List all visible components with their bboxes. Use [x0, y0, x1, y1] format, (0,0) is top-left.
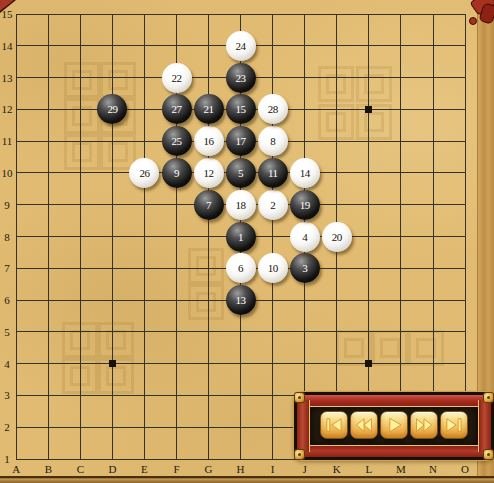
stone-black-15: 15	[226, 94, 256, 124]
stone-white-6: 6	[226, 253, 256, 283]
panel-corner-knob	[295, 450, 304, 459]
stone-black-25: 25	[162, 126, 192, 156]
move-number: 15	[236, 103, 246, 115]
stone-black-13: 13	[226, 285, 256, 315]
stone-white-24: 24	[226, 31, 256, 61]
row-label-12: 12	[0, 103, 14, 115]
move-number: 11	[268, 167, 278, 179]
move-number: 14	[300, 167, 310, 179]
column-label-N: N	[424, 463, 442, 475]
column-label-G: G	[200, 463, 218, 475]
panel-bottom-bar	[297, 445, 491, 457]
stone-white-12: 12	[194, 158, 224, 188]
star-point	[109, 360, 116, 367]
move-number: 2	[270, 199, 275, 211]
move-number: 18	[236, 199, 246, 211]
row-label-3: 3	[0, 389, 14, 401]
star-point	[365, 360, 372, 367]
stone-black-7: 7	[194, 190, 224, 220]
stone-white-8: 8	[258, 126, 288, 156]
play-forward-button[interactable]	[380, 411, 408, 439]
move-number: 1	[238, 231, 243, 243]
move-number: 8	[270, 135, 275, 147]
fast-forward-button[interactable]	[410, 411, 438, 439]
move-number: 26	[139, 167, 149, 179]
panel-top-bar	[297, 395, 491, 407]
move-number: 12	[204, 167, 214, 179]
move-number: 10	[268, 262, 278, 274]
stone-black-3: 3	[290, 253, 320, 283]
stone-black-17: 17	[226, 126, 256, 156]
row-label-2: 2	[0, 421, 14, 433]
skip-to-last-move-button[interactable]	[440, 411, 468, 439]
star-point	[365, 106, 372, 113]
move-number: 5	[238, 167, 243, 179]
column-label-F: F	[168, 463, 186, 475]
row-label-11: 11	[0, 135, 14, 147]
move-number: 28	[268, 103, 278, 115]
panel-corner-knob	[295, 393, 304, 402]
move-number: 23	[236, 72, 246, 84]
stone-black-1: 1	[226, 222, 256, 252]
stone-white-4: 4	[290, 222, 320, 252]
stone-white-16: 16	[194, 126, 224, 156]
play-icon	[384, 415, 404, 435]
column-label-O: O	[456, 463, 474, 475]
move-number: 6	[238, 262, 243, 274]
stone-black-23: 23	[226, 63, 256, 93]
row-label-7: 7	[0, 262, 14, 274]
column-label-E: E	[135, 463, 153, 475]
stone-white-14: 14	[290, 158, 320, 188]
column-label-C: C	[71, 463, 89, 475]
gomoku-replay-app: 123456789101112131415ABCDEFGHIJKLMNO1234…	[0, 0, 494, 483]
replay-controls	[320, 411, 468, 439]
stone-black-19: 19	[290, 190, 320, 220]
move-number: 20	[332, 231, 342, 243]
panel-corner-knob	[484, 393, 493, 402]
row-label-9: 9	[0, 199, 14, 211]
column-label-I: I	[264, 463, 282, 475]
move-number: 25	[172, 135, 182, 147]
row-label-4: 4	[0, 358, 14, 370]
panel-right-cap	[478, 400, 491, 452]
panel-corner-knob	[484, 450, 493, 459]
move-number: 9	[174, 167, 179, 179]
move-number: 27	[172, 103, 182, 115]
column-label-H: H	[232, 463, 250, 475]
stone-white-22: 22	[162, 63, 192, 93]
first-icon	[324, 415, 344, 435]
step-back-button[interactable]	[350, 411, 378, 439]
row-label-10: 10	[0, 167, 14, 179]
column-label-L: L	[360, 463, 378, 475]
column-label-J: J	[296, 463, 314, 475]
forward-icon	[414, 415, 434, 435]
stone-white-28: 28	[258, 94, 288, 124]
move-number: 3	[302, 262, 307, 274]
stone-white-18: 18	[226, 190, 256, 220]
row-label-8: 8	[0, 231, 14, 243]
row-label-5: 5	[0, 326, 14, 338]
stone-white-10: 10	[258, 253, 288, 283]
stone-white-20: 20	[322, 222, 352, 252]
last-icon	[444, 415, 464, 435]
rewind-icon	[354, 415, 374, 435]
column-label-A: A	[7, 463, 25, 475]
stone-white-2: 2	[258, 190, 288, 220]
move-number: 22	[172, 72, 182, 84]
skip-to-first-move-button[interactable]	[320, 411, 348, 439]
column-label-M: M	[392, 463, 410, 475]
column-label-D: D	[103, 463, 121, 475]
stone-black-27: 27	[162, 94, 192, 124]
move-number: 7	[206, 199, 211, 211]
move-number: 13	[236, 294, 246, 306]
stone-black-9: 9	[162, 158, 192, 188]
stone-black-21: 21	[194, 94, 224, 124]
replay-panel	[294, 392, 494, 460]
column-label-K: K	[328, 463, 346, 475]
board-bottom-edge	[0, 476, 494, 483]
move-number: 16	[204, 135, 214, 147]
column-label-B: B	[39, 463, 57, 475]
stone-black-11: 11	[258, 158, 288, 188]
move-number: 29	[107, 103, 117, 115]
move-number: 21	[204, 103, 214, 115]
move-number: 24	[236, 40, 246, 52]
table-ornament-topright	[466, 0, 494, 30]
move-number: 17	[236, 135, 246, 147]
move-number: 19	[300, 199, 310, 211]
row-label-6: 6	[0, 294, 14, 306]
stone-black-5: 5	[226, 158, 256, 188]
row-label-13: 13	[0, 72, 14, 84]
panel-left-cap	[297, 400, 310, 452]
move-number: 4	[302, 231, 307, 243]
row-label-14: 14	[0, 40, 14, 52]
